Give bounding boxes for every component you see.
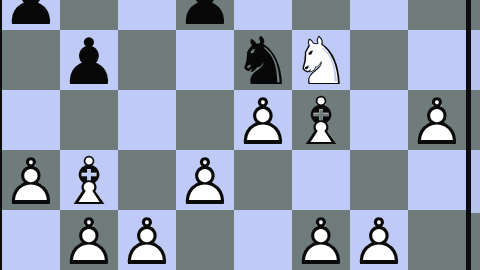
square-c4[interactable] xyxy=(118,90,176,150)
white-piece-outline: ♙ xyxy=(350,212,408,270)
chess-board: ♟♟♟♞♞♘♟♙♝♗♟♙♟♙♝♗♟♙♟♙♟♙♟♙♟♙ xyxy=(0,0,466,270)
square-h3[interactable] xyxy=(408,150,466,210)
white-pawn-g2[interactable]: ♟♙ xyxy=(350,210,408,270)
white-piece-outline: ♙ xyxy=(234,92,292,152)
square-e2[interactable] xyxy=(234,210,292,270)
strip-band xyxy=(471,90,480,150)
white-piece-outline: ♙ xyxy=(118,212,176,270)
white-pawn-b2[interactable]: ♟♙ xyxy=(60,210,118,270)
white-bishop-b3[interactable]: ♝♗ xyxy=(60,150,118,210)
white-pawn-e4[interactable]: ♟♙ xyxy=(234,90,292,150)
strip-band xyxy=(471,30,480,90)
black-piece-glyph: ♟ xyxy=(2,0,60,32)
square-d5[interactable] xyxy=(176,30,234,90)
square-g4[interactable] xyxy=(350,90,408,150)
square-a5[interactable] xyxy=(2,30,60,90)
strip-band xyxy=(471,213,480,270)
square-h6[interactable] xyxy=(408,0,466,30)
white-pawn-c2[interactable]: ♟♙ xyxy=(118,210,176,270)
square-e3[interactable] xyxy=(234,150,292,210)
square-h2[interactable] xyxy=(408,210,466,270)
black-piece-glyph: ♞ xyxy=(234,32,292,92)
square-c6[interactable] xyxy=(118,0,176,30)
white-pawn-h4[interactable]: ♟♙ xyxy=(408,90,466,150)
white-piece-outline: ♙ xyxy=(2,152,60,212)
white-bishop-f4[interactable]: ♝♗ xyxy=(292,90,350,150)
white-knight-f5[interactable]: ♞♘ xyxy=(292,30,350,90)
black-pawn-a6[interactable]: ♟ xyxy=(2,0,60,30)
white-piece-outline: ♗ xyxy=(292,92,350,152)
square-d4[interactable] xyxy=(176,90,234,150)
chess-board-screenshot: ♟♟♟♞♞♘♟♙♝♗♟♙♟♙♝♗♟♙♟♙♟♙♟♙♟♙ xyxy=(0,0,480,270)
square-c3[interactable] xyxy=(118,150,176,210)
white-pawn-d3[interactable]: ♟♙ xyxy=(176,150,234,210)
square-d2[interactable] xyxy=(176,210,234,270)
square-a4[interactable] xyxy=(2,90,60,150)
square-b4[interactable] xyxy=(60,90,118,150)
white-piece-outline: ♙ xyxy=(408,92,466,152)
white-piece-outline: ♙ xyxy=(60,212,118,270)
white-piece-outline: ♙ xyxy=(176,152,234,212)
black-piece-glyph: ♟ xyxy=(60,32,118,92)
black-pawn-d6[interactable]: ♟ xyxy=(176,0,234,30)
white-pawn-a3[interactable]: ♟♙ xyxy=(2,150,60,210)
square-g5[interactable] xyxy=(350,30,408,90)
black-piece-glyph: ♟ xyxy=(176,0,234,32)
white-piece-outline: ♗ xyxy=(60,152,118,212)
white-piece-outline: ♙ xyxy=(292,212,350,270)
black-pawn-b5[interactable]: ♟ xyxy=(60,30,118,90)
square-h5[interactable] xyxy=(408,30,466,90)
black-knight-e5[interactable]: ♞ xyxy=(234,30,292,90)
square-c5[interactable] xyxy=(118,30,176,90)
white-pawn-f2[interactable]: ♟♙ xyxy=(292,210,350,270)
square-g6[interactable] xyxy=(350,0,408,30)
square-a2[interactable] xyxy=(2,210,60,270)
background-strip xyxy=(471,0,480,270)
square-g3[interactable] xyxy=(350,150,408,210)
strip-band xyxy=(471,0,480,30)
strip-band xyxy=(471,150,480,213)
